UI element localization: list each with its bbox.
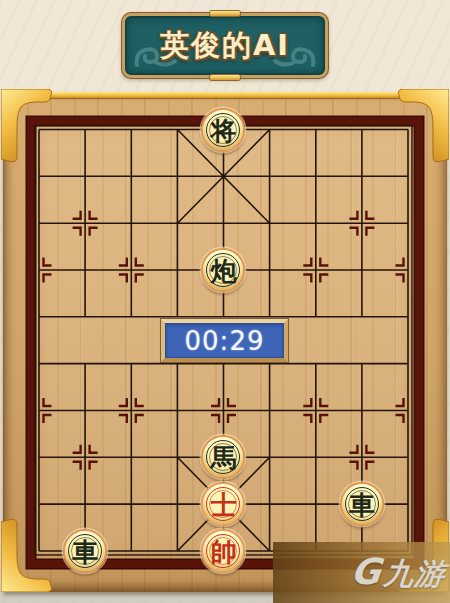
jiuyou-logo-text: 九游 xyxy=(382,556,448,591)
piece-glyph: 帥 xyxy=(210,538,236,564)
jiuyou-watermark: G九游 xyxy=(273,542,450,603)
gold-trim-bar xyxy=(3,92,447,98)
piece-glyph: 車 xyxy=(349,492,375,518)
move-timer: 00:29 xyxy=(161,319,288,362)
xiangqi-game-screen: 英俊的AI 将炮馬車車士帥 00:29 xyxy=(0,0,450,603)
piece-glyph: 炮 xyxy=(210,257,236,283)
opponent-name-label: 英俊的AI xyxy=(160,26,290,66)
red-general[interactable]: 帥 xyxy=(201,529,245,573)
red-advisor[interactable]: 士 xyxy=(201,482,245,526)
piece-glyph: 将 xyxy=(210,117,236,143)
black-cannon[interactable]: 炮 xyxy=(201,248,245,292)
piece-glyph: 車 xyxy=(72,538,98,564)
black-horse[interactable]: 馬 xyxy=(201,435,245,479)
jiuyou-logo: G九游 xyxy=(349,551,448,595)
black-chariot[interactable]: 車 xyxy=(63,529,107,573)
opponent-banner: 英俊的AI xyxy=(122,13,328,78)
piece-glyph: 士 xyxy=(210,492,236,518)
black-chariot[interactable]: 車 xyxy=(340,482,384,526)
timer-value: 00:29 xyxy=(185,326,265,356)
piece-glyph: 馬 xyxy=(210,445,236,471)
jiuyou-logo-g-icon: G xyxy=(349,551,384,592)
black-general[interactable]: 将 xyxy=(201,108,245,152)
